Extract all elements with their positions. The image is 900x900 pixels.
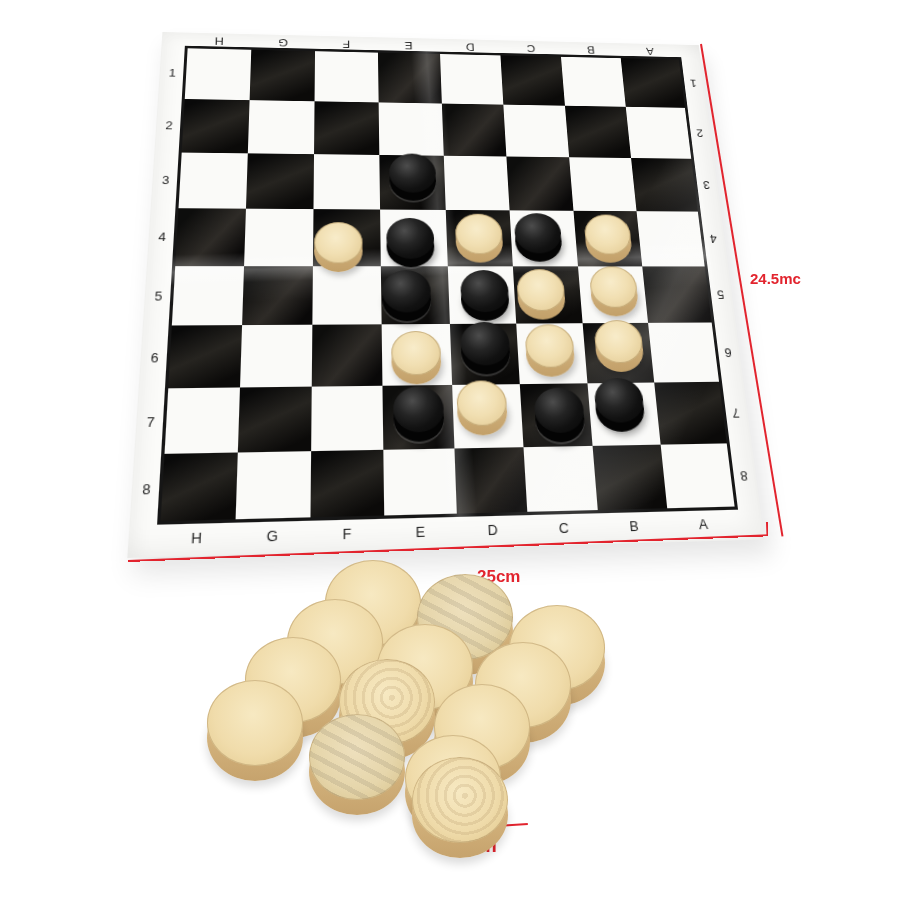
file-label-bottom-E: E bbox=[415, 523, 425, 540]
piece-wood-D7 bbox=[456, 381, 508, 436]
product-photo: HHGGFFEEDDCCBBAA1122334455667788 24.5mc … bbox=[0, 0, 900, 900]
wooden-pieces-pile bbox=[195, 568, 635, 843]
piece-wood-C5 bbox=[516, 269, 567, 320]
square-H1 bbox=[184, 47, 251, 100]
file-label-top-E: E bbox=[404, 39, 413, 51]
wood-disc-13 bbox=[412, 757, 508, 861]
rank-label-left-8: 8 bbox=[142, 480, 152, 497]
square-E2 bbox=[378, 102, 443, 155]
rank-label-left-4: 4 bbox=[158, 229, 167, 243]
piece-wood-B5 bbox=[589, 266, 640, 316]
file-label-top-F: F bbox=[342, 38, 350, 50]
piece-black-D5 bbox=[460, 270, 510, 321]
square-C8 bbox=[524, 446, 598, 513]
square-B2 bbox=[565, 106, 631, 158]
square-H3 bbox=[178, 152, 248, 208]
piece-black-B7 bbox=[593, 377, 646, 432]
square-E8 bbox=[383, 449, 456, 517]
piece-black-C7 bbox=[533, 387, 586, 442]
rank-label-left-2: 2 bbox=[165, 119, 174, 132]
dimension-end-tick bbox=[766, 522, 769, 536]
piece-wood-B6 bbox=[593, 320, 645, 372]
height-dimension-label: 24.5mc bbox=[750, 270, 801, 287]
file-label-bottom-B: B bbox=[629, 517, 640, 534]
square-D3 bbox=[443, 156, 510, 211]
disc-top bbox=[412, 757, 508, 843]
rank-label-right-3: 3 bbox=[702, 178, 711, 191]
file-label-bottom-G: G bbox=[266, 527, 278, 544]
square-G2 bbox=[248, 100, 315, 154]
piece-black-D6 bbox=[460, 321, 511, 374]
square-H4 bbox=[174, 208, 246, 266]
square-H5 bbox=[171, 266, 244, 326]
square-A4 bbox=[637, 211, 706, 266]
disc-top bbox=[207, 680, 303, 766]
square-C2 bbox=[504, 105, 570, 158]
file-label-bottom-H: H bbox=[191, 529, 203, 547]
file-label-bottom-C: C bbox=[558, 519, 570, 536]
square-G6 bbox=[240, 325, 312, 388]
square-A6 bbox=[648, 323, 720, 383]
piece-top bbox=[314, 222, 363, 263]
disc-top bbox=[309, 714, 405, 800]
square-F1 bbox=[314, 50, 378, 102]
file-label-top-H: H bbox=[214, 35, 224, 48]
square-D1 bbox=[440, 53, 504, 104]
square-H8 bbox=[159, 453, 237, 523]
piece-black-E5 bbox=[382, 270, 432, 321]
rank-label-right-4: 4 bbox=[709, 232, 718, 245]
square-H6 bbox=[167, 325, 242, 388]
square-D2 bbox=[441, 103, 506, 156]
square-F7 bbox=[311, 386, 383, 451]
square-B1 bbox=[561, 56, 626, 107]
piece-black-C4 bbox=[514, 213, 564, 262]
rank-label-right-2: 2 bbox=[695, 127, 704, 140]
square-H2 bbox=[181, 99, 250, 153]
square-A1 bbox=[621, 57, 686, 107]
square-G3 bbox=[246, 153, 314, 209]
rank-label-right-5: 5 bbox=[716, 287, 725, 301]
piece-black-E4 bbox=[386, 218, 435, 267]
file-label-top-A: A bbox=[645, 45, 654, 57]
square-G1 bbox=[249, 49, 314, 101]
piece-top bbox=[386, 218, 435, 259]
rank-label-left-3: 3 bbox=[161, 173, 170, 187]
square-G8 bbox=[235, 451, 310, 520]
piece-wood-E6 bbox=[391, 331, 442, 385]
wood-disc-9 bbox=[207, 680, 303, 784]
rank-label-left-7: 7 bbox=[146, 413, 156, 429]
rank-label-right-8: 8 bbox=[739, 467, 749, 483]
file-label-top-B: B bbox=[586, 44, 595, 56]
piece-wood-D4 bbox=[455, 214, 504, 263]
board-pieces bbox=[162, 32, 698, 45]
square-B8 bbox=[593, 445, 668, 511]
square-G7 bbox=[238, 387, 312, 453]
file-label-top-G: G bbox=[278, 36, 288, 48]
file-label-bottom-F: F bbox=[342, 525, 351, 542]
file-label-bottom-D: D bbox=[487, 521, 498, 538]
piece-black-E3 bbox=[389, 154, 437, 202]
file-label-bottom-A: A bbox=[698, 515, 709, 532]
square-E1 bbox=[378, 52, 442, 104]
square-F3 bbox=[313, 154, 379, 209]
square-F6 bbox=[311, 325, 382, 387]
board-grid bbox=[159, 47, 735, 522]
piece-black-E7 bbox=[393, 386, 445, 442]
piece-wood-F4 bbox=[314, 222, 363, 272]
piece-wood-B4 bbox=[583, 215, 633, 263]
square-G4 bbox=[244, 208, 313, 265]
square-F5 bbox=[312, 266, 381, 325]
square-C3 bbox=[507, 156, 574, 210]
square-F8 bbox=[310, 450, 384, 519]
rank-label-left-1: 1 bbox=[168, 66, 176, 79]
checkerboard-sheet: HHGGFFEEDDCCBBAA1122334455667788 bbox=[127, 32, 764, 558]
rank-label-right-7: 7 bbox=[731, 405, 741, 420]
square-A2 bbox=[626, 107, 692, 159]
square-G5 bbox=[242, 266, 313, 326]
square-A7 bbox=[654, 382, 727, 445]
square-A3 bbox=[631, 158, 699, 211]
square-H7 bbox=[163, 388, 239, 454]
file-label-top-D: D bbox=[465, 41, 475, 53]
square-B3 bbox=[569, 157, 636, 211]
square-D8 bbox=[454, 447, 528, 514]
square-A8 bbox=[661, 444, 736, 510]
coordinate-labels: HHGGFFEEDDCCBBAA1122334455667788 bbox=[162, 32, 698, 45]
rank-label-right-1: 1 bbox=[689, 77, 697, 89]
square-A5 bbox=[642, 266, 712, 323]
square-C1 bbox=[501, 55, 565, 106]
square-F2 bbox=[314, 101, 379, 155]
rank-label-right-6: 6 bbox=[723, 345, 732, 360]
file-label-top-C: C bbox=[526, 42, 536, 54]
rank-label-left-6: 6 bbox=[150, 349, 159, 365]
rank-label-left-5: 5 bbox=[154, 288, 163, 303]
wood-disc-11 bbox=[309, 714, 405, 818]
piece-wood-C6 bbox=[525, 324, 577, 377]
